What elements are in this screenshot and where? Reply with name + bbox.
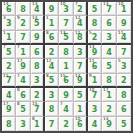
cell-r7c6[interactable]: 5 (74, 88, 88, 102)
cell-digit: 6 (77, 121, 83, 129)
cell-r6c8[interactable]: 8 (102, 74, 116, 88)
killer-cage-sum: 1 (46, 16, 49, 20)
cell-digit: 1 (92, 77, 98, 85)
cell-digit: 3 (92, 106, 98, 114)
cell-digit: 2 (20, 20, 26, 28)
cell-r8c8[interactable]: 2 (102, 102, 116, 116)
cell-r8c5[interactable]: 74 (59, 102, 73, 116)
cell-r8c4[interactable]: 8 (45, 102, 59, 116)
cell-digit: 4 (77, 20, 83, 28)
cell-r3c7[interactable]: 52 (88, 31, 102, 45)
killer-cage-sum: 10 (60, 2, 65, 6)
cell-digit: 8 (6, 121, 12, 129)
killer-cage-sum: 7 (17, 45, 20, 49)
cell-digit: 4 (34, 6, 40, 14)
killer-cage-sum: 10 (75, 117, 80, 121)
cell-digit: 4 (92, 121, 98, 129)
cell-r2c4[interactable]: 11 (45, 16, 59, 30)
killer-cage-sum: 5 (118, 59, 121, 63)
killer-cage-sum: 8 (17, 88, 20, 92)
cell-r4c5[interactable]: 8 (59, 45, 73, 59)
killer-cage-sum: 9 (89, 74, 92, 78)
killer-cage-sum: 8 (32, 117, 35, 121)
cell-r4c1[interactable]: 75 (2, 45, 16, 59)
cell-digit: 8 (34, 63, 40, 71)
cell-digit: 2 (106, 106, 112, 114)
cell-digit: 3 (63, 6, 69, 14)
cell-digit: 6 (34, 49, 40, 57)
cell-r6c4[interactable]: 85 (45, 74, 59, 88)
cell-r2c9[interactable]: 9 (117, 16, 131, 30)
cell-r3c5[interactable]: 135 (59, 31, 73, 45)
cell-r6c3[interactable]: 3 (31, 74, 45, 88)
cell-digit: 5 (92, 6, 98, 14)
cell-digit: 6 (121, 106, 127, 114)
killer-cage-sum: 11 (3, 74, 8, 78)
cell-digit: 5 (49, 77, 55, 85)
cell-r4c8[interactable]: 4 (102, 45, 116, 59)
killer-cage-sum: 14 (103, 117, 108, 121)
cell-r2c6[interactable]: 124 (74, 16, 88, 30)
cell-digit: 2 (6, 63, 12, 71)
cell-r5c1[interactable]: 2 (2, 59, 16, 73)
cell-r5c9[interactable]: 53 (117, 59, 131, 73)
cell-digit: 2 (49, 49, 55, 57)
cell-digit: 2 (121, 77, 127, 85)
cell-digit: 1 (77, 106, 83, 114)
cell-digit: 2 (77, 6, 83, 14)
cell-r7c4[interactable]: 3 (45, 88, 59, 102)
cell-digit: 1 (106, 92, 112, 100)
cell-r5c5[interactable]: 1 (59, 59, 73, 73)
cell-digit: 1 (34, 121, 40, 129)
cell-r7c7[interactable]: 107 (88, 88, 102, 102)
cell-r2c3[interactable]: 145 (31, 16, 45, 30)
killer-cage-sum: 14 (32, 16, 37, 20)
cell-digit: 3 (34, 77, 40, 85)
killer-cage-sum: 17 (17, 59, 22, 63)
cell-r4c3[interactable]: 6 (31, 45, 45, 59)
killer-cage-sum: 11 (75, 31, 80, 35)
cell-r1c5[interactable]: 103 (59, 2, 73, 16)
cell-r3c1[interactable]: 11 (2, 31, 16, 45)
cell-digit: 3 (106, 34, 112, 42)
cell-r9c6[interactable]: 106 (74, 117, 88, 131)
killer-cage-sum: 8 (17, 102, 20, 106)
cell-r9c3[interactable]: 81 (31, 117, 45, 131)
cell-r6c6[interactable]: 149 (74, 74, 88, 88)
cell-digit: 4 (6, 92, 12, 100)
cell-digit: 8 (20, 6, 26, 14)
cell-digit: 7 (34, 106, 40, 114)
cell-digit: 7 (121, 49, 127, 57)
cell-r3c3[interactable]: 9 (31, 31, 45, 45)
killer-cage-sum: 13 (89, 45, 94, 49)
sudoku-board: 1468134910372513710133921451171248691179… (0, 0, 133, 133)
cell-r1c7[interactable]: 5 (88, 2, 102, 16)
cell-digit: 8 (49, 106, 55, 114)
cell-digit: 3 (121, 63, 127, 71)
cell-digit: 8 (121, 92, 127, 100)
cell-digit: 7 (49, 121, 55, 129)
killer-cage-sum: 14 (3, 2, 8, 6)
killer-cage-sum: 13 (60, 31, 65, 35)
cell-digit: 9 (121, 20, 127, 28)
cell-r8c6[interactable]: 1 (74, 102, 88, 116)
cell-digit: 8 (63, 49, 69, 57)
cell-r9c5[interactable]: 2 (59, 117, 73, 131)
cell-r8c7[interactable]: 3 (88, 102, 102, 116)
killer-cage-sum: 7 (17, 74, 20, 78)
cell-digit: 3 (77, 49, 83, 57)
cell-digit: 1 (49, 20, 55, 28)
cell-digit: 9 (34, 34, 40, 42)
cell-digit: 2 (63, 121, 69, 129)
cell-r3c4[interactable]: 86 (45, 31, 59, 45)
cell-digit: 7 (20, 34, 26, 42)
killer-cage-sum: 15 (32, 102, 37, 106)
cell-digit: 6 (92, 63, 98, 71)
cell-digit: 1 (20, 49, 26, 57)
cell-digit: 3 (20, 121, 26, 129)
cell-digit: 7 (63, 20, 69, 28)
cell-digit: 5 (6, 49, 12, 57)
killer-cage-sum: 15 (60, 74, 65, 78)
cell-digit: 5 (121, 121, 127, 129)
cell-r1c9[interactable]: 101 (117, 2, 131, 16)
cell-r9c4[interactable]: 7 (45, 117, 59, 131)
cell-digit: 4 (63, 106, 69, 114)
killer-cage-sum: 9 (17, 16, 20, 20)
killer-cage-sum: 5 (89, 31, 92, 35)
cell-r3c9[interactable]: 114 (117, 31, 131, 45)
killer-cage-sum: 17 (3, 102, 8, 106)
killer-cage-sum: 7 (75, 2, 78, 6)
cell-digit: 6 (106, 20, 112, 28)
cell-digit: 9 (20, 63, 26, 71)
cell-r5c2[interactable]: 179 (16, 59, 30, 73)
killer-cage-sum: 14 (75, 74, 80, 78)
cell-digit: 7 (106, 6, 112, 14)
cell-r9c2[interactable]: 3 (16, 117, 30, 131)
cell-digit: 9 (92, 49, 98, 57)
cell-digit: 9 (63, 92, 69, 100)
cell-digit: 6 (49, 34, 55, 42)
cell-digit: 1 (121, 6, 127, 14)
killer-cage-sum: 7 (60, 102, 63, 106)
cell-digit: 2 (34, 92, 40, 100)
cell-r4c6[interactable]: 3 (74, 45, 88, 59)
cell-digit: 9 (49, 6, 55, 14)
killer-cage-sum: 13 (32, 2, 37, 6)
killer-cage-sum: 1 (3, 31, 6, 35)
cell-r1c8[interactable]: 137 (102, 2, 116, 16)
killer-cage-sum: 10 (118, 2, 123, 6)
cell-r5c8[interactable]: 5 (102, 59, 116, 73)
cell-r3c6[interactable]: 118 (74, 31, 88, 45)
cell-r6c7[interactable]: 91 (88, 74, 102, 88)
killer-cage-sum: 7 (3, 45, 6, 49)
cell-digit: 5 (20, 106, 26, 114)
cell-r2c2[interactable]: 92 (16, 16, 30, 30)
cell-r5c6[interactable]: 7 (74, 59, 88, 73)
cell-digit: 3 (49, 92, 55, 100)
cell-digit: 8 (92, 20, 98, 28)
cell-r2c8[interactable]: 6 (102, 16, 116, 30)
cell-r9c8[interactable]: 149 (102, 117, 116, 131)
cell-digit: 1 (6, 34, 12, 42)
cell-r6c5[interactable]: 156 (59, 74, 73, 88)
killer-cage-sum: 13 (103, 2, 108, 6)
cell-r3c2[interactable]: 7 (16, 31, 30, 45)
cell-digit: 4 (49, 63, 55, 71)
cell-digit: 7 (92, 92, 98, 100)
cell-digit: 4 (106, 49, 112, 57)
cell-r8c9[interactable]: 6 (117, 102, 131, 116)
cell-r9c7[interactable]: 4 (88, 117, 102, 131)
cell-r8c2[interactable]: 85 (16, 102, 30, 116)
cell-digit: 2 (92, 34, 98, 42)
killer-cage-sum: 8 (46, 31, 49, 35)
killer-cage-sum: 12 (75, 16, 80, 20)
cell-digit: 5 (106, 63, 112, 71)
cell-r7c8[interactable]: 171 (102, 88, 116, 102)
cell-digit: 5 (77, 92, 83, 100)
cell-r5c4[interactable]: 124 (45, 59, 59, 73)
cell-r8c3[interactable]: 157 (31, 102, 45, 116)
cell-digit: 6 (20, 92, 26, 100)
cell-digit: 4 (20, 77, 26, 85)
cell-digit: 3 (6, 20, 12, 28)
cell-r9c1[interactable]: 8 (2, 117, 16, 131)
cell-r2c7[interactable]: 8 (88, 16, 102, 30)
cell-r2c5[interactable]: 7 (59, 16, 73, 30)
killer-cage-sum: 3 (3, 16, 6, 20)
cell-digit: 5 (34, 20, 40, 28)
cell-digit: 6 (6, 6, 12, 14)
killer-cage-sum: 17 (103, 88, 108, 92)
cell-r7c9[interactable]: 8 (117, 88, 131, 102)
cell-digit: 7 (77, 63, 83, 71)
cell-r3c8[interactable]: 3 (102, 31, 116, 45)
cell-r6c1[interactable]: 117 (2, 74, 16, 88)
killer-cage-sum: 11 (118, 31, 123, 35)
cell-digit: 8 (106, 77, 112, 85)
cell-r2c1[interactable]: 33 (2, 16, 16, 30)
cell-r5c3[interactable]: 8 (31, 59, 45, 73)
killer-cage-sum: 11 (89, 59, 94, 63)
cell-r8c1[interactable]: 179 (2, 102, 16, 116)
killer-cage-sum: 10 (89, 88, 94, 92)
cell-r5c7[interactable]: 116 (88, 59, 102, 73)
cell-r6c9[interactable]: 2 (117, 74, 131, 88)
killer-cage-sum: 8 (46, 74, 49, 78)
killer-cage-sum: 12 (46, 59, 51, 63)
cell-r9c9[interactable]: 5 (117, 117, 131, 131)
cell-digit: 9 (6, 106, 12, 114)
cell-digit: 9 (106, 121, 112, 129)
cell-digit: 1 (63, 63, 69, 71)
cell-r6c2[interactable]: 74 (16, 74, 30, 88)
